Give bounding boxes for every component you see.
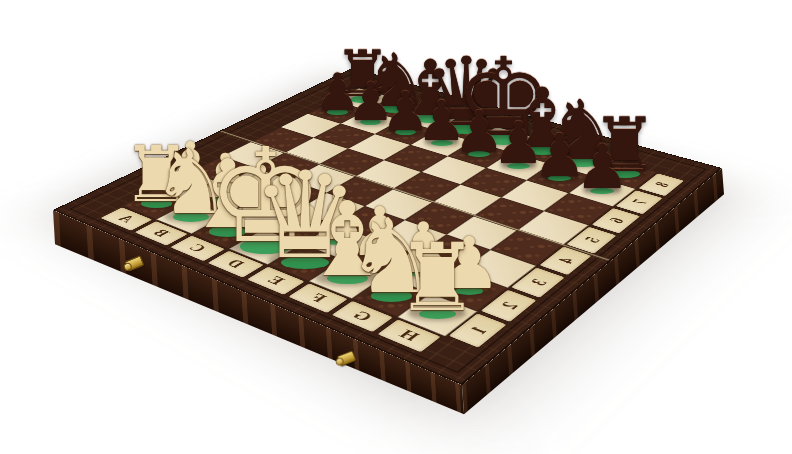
chess-set-photo: ABCDEFGH 12345678 ♜♞♝♛♚♝♞♜♟♟♟♟♟♟♟♟♟♟♟♟♟♟… [0,0,792,454]
black-pawn-glyph: ♟ [575,137,630,198]
white-rook-glyph: ♜ [395,232,479,326]
